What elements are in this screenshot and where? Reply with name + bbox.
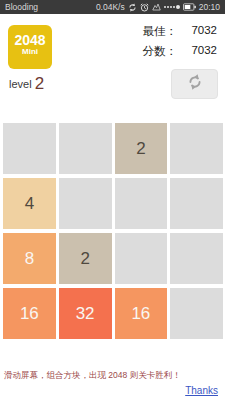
score-label: 分数： bbox=[143, 44, 178, 59]
instruction-text: 滑动屏幕，组合方块，出现 2048 则关卡胜利！ bbox=[4, 370, 225, 382]
refresh-icon bbox=[185, 72, 205, 96]
tile-32: 32 bbox=[59, 288, 112, 339]
tile-2: 2 bbox=[59, 233, 112, 284]
empty-cell bbox=[170, 288, 223, 339]
empty-cell bbox=[170, 178, 223, 229]
signal-dots-icon bbox=[164, 5, 180, 9]
empty-cell bbox=[170, 123, 223, 174]
tile-16: 16 bbox=[115, 288, 168, 339]
board-grid[interactable]: 2482163216 bbox=[3, 123, 223, 339]
level-indicator: level2 bbox=[9, 74, 44, 94]
empty-cell bbox=[59, 123, 112, 174]
score-value: 7032 bbox=[177, 44, 217, 59]
level-value: 2 bbox=[35, 74, 44, 93]
best-label: 最佳： bbox=[143, 24, 178, 39]
alarm-icon bbox=[140, 3, 149, 12]
signal-icon bbox=[152, 3, 161, 11]
thanks-link[interactable]: Thanks bbox=[185, 385, 218, 396]
net-speed: 0.04K/s bbox=[96, 0, 125, 14]
logo-title: 2048 bbox=[8, 25, 52, 47]
battery-icon bbox=[183, 3, 196, 11]
empty-cell bbox=[115, 178, 168, 229]
thanks-row: Thanks bbox=[0, 385, 218, 396]
empty-cell bbox=[115, 233, 168, 284]
level-label: level bbox=[9, 78, 32, 90]
logo-subtitle: Mini bbox=[8, 47, 52, 57]
clock-label: 20:10 bbox=[199, 0, 220, 14]
game-header: 2048 Mini 最佳： 7032 分数： 7032 level2 bbox=[0, 14, 225, 110]
tile-4: 4 bbox=[3, 178, 56, 229]
status-bar: Blooding 0.04K/s 20:10 bbox=[0, 0, 225, 14]
empty-cell bbox=[59, 178, 112, 229]
empty-cell bbox=[170, 233, 223, 284]
restart-button[interactable] bbox=[171, 69, 218, 99]
tile-8: 8 bbox=[3, 233, 56, 284]
carrier-label: Blooding bbox=[5, 0, 38, 14]
tile-2: 2 bbox=[115, 123, 168, 174]
app-logo: 2048 Mini bbox=[8, 25, 52, 69]
best-value: 7032 bbox=[177, 24, 217, 39]
empty-cell bbox=[3, 123, 56, 174]
sync-icon bbox=[128, 3, 137, 12]
score-panel: 最佳： 7032 分数： 7032 bbox=[143, 24, 218, 64]
tile-16: 16 bbox=[3, 288, 56, 339]
